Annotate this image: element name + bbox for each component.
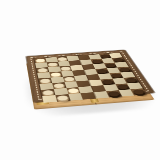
dark-piece[interactable]: ● [131,88,147,95]
square[interactable]: ● [131,88,147,95]
product-photo-scene: ●●●●●●●●●●●●●●●●●●●●●●●● [0,0,160,160]
board-grid: ●●●●●●●●●●●●●●●●●●●●●●●● [34,53,143,98]
